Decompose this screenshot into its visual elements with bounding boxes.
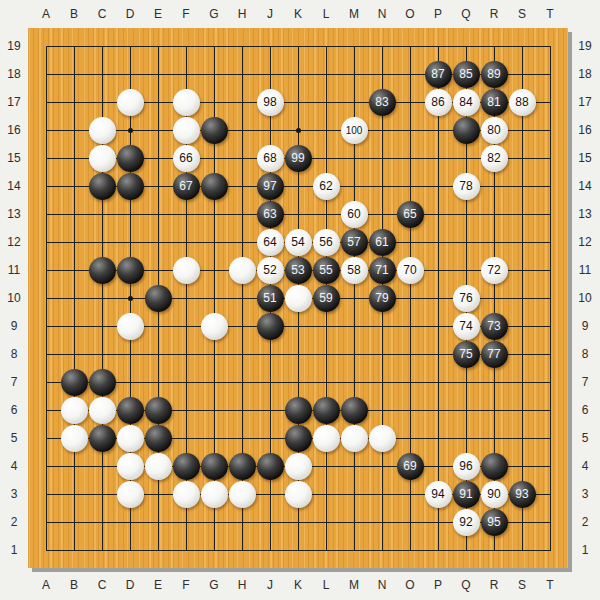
col-label-top-F: F xyxy=(182,7,189,21)
row-label-right-18: 18 xyxy=(578,67,591,81)
star-point-D16 xyxy=(128,128,133,133)
stone-white-F15-move-66: 66 xyxy=(173,145,200,172)
row-label-right-16: 16 xyxy=(578,123,591,137)
stone-white-B5 xyxy=(61,425,88,452)
col-label-bottom-L: L xyxy=(323,578,330,592)
stone-white-F3 xyxy=(173,481,200,508)
stone-black-K15-move-99: 99 xyxy=(285,145,312,172)
grid-line-vertical xyxy=(550,46,551,551)
col-label-bottom-N: N xyxy=(378,578,387,592)
row-label-left-3: 3 xyxy=(11,487,18,501)
col-label-top-N: N xyxy=(378,7,387,21)
stone-black-N11-move-71: 71 xyxy=(369,257,396,284)
stone-black-E5 xyxy=(145,425,172,452)
stone-black-L10-move-59: 59 xyxy=(313,285,340,312)
stone-black-R17-move-81: 81 xyxy=(481,89,508,116)
stone-white-K10 xyxy=(285,285,312,312)
col-label-top-H: H xyxy=(238,7,247,21)
stone-white-P17-move-86: 86 xyxy=(425,89,452,116)
stone-black-K11-move-53: 53 xyxy=(285,257,312,284)
col-label-bottom-Q: Q xyxy=(461,578,470,592)
stone-black-L6 xyxy=(313,397,340,424)
row-label-right-2: 2 xyxy=(582,515,589,529)
stone-white-N5 xyxy=(369,425,396,452)
stone-white-C15 xyxy=(89,145,116,172)
row-label-left-5: 5 xyxy=(11,431,18,445)
row-label-right-6: 6 xyxy=(582,403,589,417)
row-label-right-10: 10 xyxy=(578,291,591,305)
stone-white-J15-move-68: 68 xyxy=(257,145,284,172)
stone-white-J11-move-52: 52 xyxy=(257,257,284,284)
col-label-top-Q: Q xyxy=(461,7,470,21)
col-label-top-G: G xyxy=(209,7,218,21)
stone-white-L14-move-62: 62 xyxy=(313,173,340,200)
row-label-right-17: 17 xyxy=(578,95,591,109)
col-label-bottom-R: R xyxy=(490,578,499,592)
stone-black-O13-move-65: 65 xyxy=(397,201,424,228)
row-label-left-7: 7 xyxy=(11,375,18,389)
stone-black-L11-move-55: 55 xyxy=(313,257,340,284)
stone-black-D6 xyxy=(117,397,144,424)
go-board[interactable]: 8785899883868481881008066689982679762786… xyxy=(28,28,568,568)
col-label-bottom-K: K xyxy=(294,578,302,592)
col-label-top-T: T xyxy=(546,7,553,21)
row-label-left-10: 10 xyxy=(7,291,20,305)
col-label-bottom-F: F xyxy=(182,578,189,592)
col-label-bottom-G: G xyxy=(209,578,218,592)
stone-white-Q14-move-78: 78 xyxy=(453,173,480,200)
stone-white-M11-move-58: 58 xyxy=(341,257,368,284)
stone-white-E4 xyxy=(145,453,172,480)
star-point-K16 xyxy=(296,128,301,133)
col-label-top-C: C xyxy=(98,7,107,21)
stone-white-D9 xyxy=(117,313,144,340)
stone-black-J4 xyxy=(257,453,284,480)
col-label-top-L: L xyxy=(323,7,330,21)
stone-white-D3 xyxy=(117,481,144,508)
row-label-left-8: 8 xyxy=(11,347,18,361)
stone-white-M5 xyxy=(341,425,368,452)
col-label-bottom-M: M xyxy=(349,578,359,592)
stone-white-R16-move-80: 80 xyxy=(481,117,508,144)
stone-black-B7 xyxy=(61,369,88,396)
stone-white-R11-move-72: 72 xyxy=(481,257,508,284)
stone-white-F17 xyxy=(173,89,200,116)
grid-line-horizontal xyxy=(46,382,551,383)
stone-black-H4 xyxy=(229,453,256,480)
stone-black-D11 xyxy=(117,257,144,284)
stone-white-O11-move-70: 70 xyxy=(397,257,424,284)
row-label-right-5: 5 xyxy=(582,431,589,445)
stone-black-Q18-move-85: 85 xyxy=(453,61,480,88)
row-label-left-16: 16 xyxy=(7,123,20,137)
stone-black-G16 xyxy=(201,117,228,144)
stone-black-C7 xyxy=(89,369,116,396)
row-label-right-13: 13 xyxy=(578,207,591,221)
stone-black-E10 xyxy=(145,285,172,312)
stone-black-K6 xyxy=(285,397,312,424)
stone-white-G3 xyxy=(201,481,228,508)
stone-black-R4 xyxy=(481,453,508,480)
stone-white-J12-move-64: 64 xyxy=(257,229,284,256)
stone-black-S3-move-93: 93 xyxy=(509,481,536,508)
row-label-left-12: 12 xyxy=(7,235,20,249)
col-label-bottom-O: O xyxy=(405,578,414,592)
col-label-top-A: A xyxy=(42,7,50,21)
stone-white-B6 xyxy=(61,397,88,424)
stone-black-R18-move-89: 89 xyxy=(481,61,508,88)
stone-black-R2-move-95: 95 xyxy=(481,509,508,536)
col-label-top-O: O xyxy=(405,7,414,21)
col-label-bottom-A: A xyxy=(42,578,50,592)
stone-black-J13-move-63: 63 xyxy=(257,201,284,228)
stone-white-K3 xyxy=(285,481,312,508)
stone-white-F11 xyxy=(173,257,200,284)
row-label-right-1: 1 xyxy=(582,543,589,557)
stone-white-M16-move-100: 100 xyxy=(341,117,368,144)
stone-white-S17-move-88: 88 xyxy=(509,89,536,116)
stone-white-D17 xyxy=(117,89,144,116)
row-label-left-17: 17 xyxy=(7,95,20,109)
stone-white-R3-move-90: 90 xyxy=(481,481,508,508)
row-label-right-19: 19 xyxy=(578,39,591,53)
stone-black-J14-move-97: 97 xyxy=(257,173,284,200)
stone-black-Q16 xyxy=(453,117,480,144)
col-label-bottom-B: B xyxy=(70,578,78,592)
row-label-right-12: 12 xyxy=(578,235,591,249)
stone-black-Q3-move-91: 91 xyxy=(453,481,480,508)
go-game-screenshot: 8785899883868481881008066689982679762786… xyxy=(0,0,600,600)
row-label-left-14: 14 xyxy=(7,179,20,193)
col-label-bottom-H: H xyxy=(238,578,247,592)
row-label-right-11: 11 xyxy=(579,263,591,277)
stone-white-K4 xyxy=(285,453,312,480)
row-label-right-15: 15 xyxy=(578,151,591,165)
stone-black-N17-move-83: 83 xyxy=(369,89,396,116)
row-label-left-2: 2 xyxy=(11,515,18,529)
stone-black-J9 xyxy=(257,313,284,340)
grid-line-vertical xyxy=(438,46,439,551)
row-label-left-18: 18 xyxy=(7,67,20,81)
stone-white-J17-move-98: 98 xyxy=(257,89,284,116)
stone-black-E6 xyxy=(145,397,172,424)
row-label-right-14: 14 xyxy=(578,179,591,193)
col-label-top-S: S xyxy=(518,7,526,21)
row-label-left-19: 19 xyxy=(7,39,20,53)
stone-white-C16 xyxy=(89,117,116,144)
stone-black-J10-move-51: 51 xyxy=(257,285,284,312)
col-label-top-J: J xyxy=(267,7,273,21)
stone-black-R9-move-73: 73 xyxy=(481,313,508,340)
stone-black-F4 xyxy=(173,453,200,480)
stone-white-D4 xyxy=(117,453,144,480)
row-label-right-3: 3 xyxy=(582,487,589,501)
stone-black-K5 xyxy=(285,425,312,452)
stone-black-D15 xyxy=(117,145,144,172)
row-label-left-13: 13 xyxy=(7,207,20,221)
grid-line-vertical xyxy=(522,46,523,551)
stone-black-G14 xyxy=(201,173,228,200)
stone-white-Q17-move-84: 84 xyxy=(453,89,480,116)
row-label-right-8: 8 xyxy=(582,347,589,361)
col-label-bottom-P: P xyxy=(434,578,442,592)
grid-line-horizontal xyxy=(46,550,551,551)
stone-white-H11 xyxy=(229,257,256,284)
stone-white-Q4-move-96: 96 xyxy=(453,453,480,480)
col-label-top-D: D xyxy=(126,7,135,21)
stone-white-F16 xyxy=(173,117,200,144)
col-label-bottom-D: D xyxy=(126,578,135,592)
stone-white-Q9-move-74: 74 xyxy=(453,313,480,340)
stone-black-P18-move-87: 87 xyxy=(425,61,452,88)
row-label-left-4: 4 xyxy=(11,459,18,473)
stone-black-D14 xyxy=(117,173,144,200)
col-label-bottom-E: E xyxy=(154,578,162,592)
row-label-right-9: 9 xyxy=(582,319,589,333)
row-label-left-9: 9 xyxy=(11,319,18,333)
stone-black-F14-move-67: 67 xyxy=(173,173,200,200)
col-label-top-B: B xyxy=(70,7,78,21)
row-label-left-6: 6 xyxy=(11,403,18,417)
stone-black-C11 xyxy=(89,257,116,284)
stone-white-G9 xyxy=(201,313,228,340)
stone-black-G4 xyxy=(201,453,228,480)
col-label-bottom-T: T xyxy=(546,578,553,592)
stone-white-Q10-move-76: 76 xyxy=(453,285,480,312)
stone-black-Q8-move-75: 75 xyxy=(453,341,480,368)
stone-black-R8-move-77: 77 xyxy=(481,341,508,368)
stone-white-R15-move-82: 82 xyxy=(481,145,508,172)
stone-white-D5 xyxy=(117,425,144,452)
star-point-D10 xyxy=(128,296,133,301)
row-label-left-1: 1 xyxy=(11,543,18,557)
stone-white-H3 xyxy=(229,481,256,508)
stone-black-N12-move-61: 61 xyxy=(369,229,396,256)
stone-white-Q2-move-92: 92 xyxy=(453,509,480,536)
col-label-top-E: E xyxy=(154,7,162,21)
stone-white-M13-move-60: 60 xyxy=(341,201,368,228)
col-label-top-R: R xyxy=(490,7,499,21)
stone-black-O4-move-69: 69 xyxy=(397,453,424,480)
col-label-top-M: M xyxy=(349,7,359,21)
col-label-bottom-C: C xyxy=(98,578,107,592)
stone-white-K12-move-54: 54 xyxy=(285,229,312,256)
row-label-left-11: 11 xyxy=(8,263,20,277)
stone-black-M6 xyxy=(341,397,368,424)
row-label-right-7: 7 xyxy=(582,375,589,389)
row-label-right-4: 4 xyxy=(582,459,589,473)
col-label-top-P: P xyxy=(434,7,442,21)
stone-white-L5 xyxy=(313,425,340,452)
row-label-left-15: 15 xyxy=(7,151,20,165)
stone-white-L12-move-56: 56 xyxy=(313,229,340,256)
stone-black-C5 xyxy=(89,425,116,452)
stone-white-P3-move-94: 94 xyxy=(425,481,452,508)
stone-black-C14 xyxy=(89,173,116,200)
col-label-bottom-S: S xyxy=(518,578,526,592)
stone-black-N10-move-79: 79 xyxy=(369,285,396,312)
stone-white-C6 xyxy=(89,397,116,424)
stone-black-M12-move-57: 57 xyxy=(341,229,368,256)
col-label-bottom-J: J xyxy=(267,578,273,592)
col-label-top-K: K xyxy=(294,7,302,21)
